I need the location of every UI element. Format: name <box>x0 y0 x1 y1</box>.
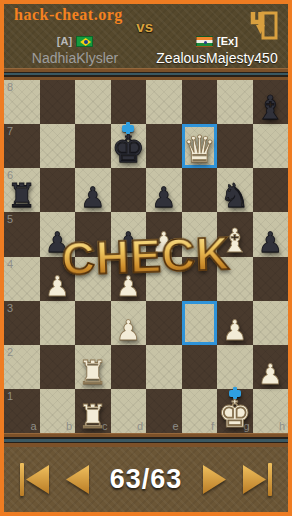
rank-label-2: 2 <box>7 346 13 358</box>
rank-label-7: 7 <box>7 125 13 137</box>
square-g7[interactable] <box>217 124 253 168</box>
piece-black-bishop[interactable]: ♝ <box>253 91 289 124</box>
rank-label-4: 4 <box>7 258 13 270</box>
square-f6[interactable] <box>182 168 218 212</box>
square-f1[interactable]: f <box>182 389 218 433</box>
right-player-block: [Ex] ZealousMajesty450 <box>146 34 288 67</box>
piece-white-pawn[interactable]: ♟ <box>111 317 147 345</box>
square-c8[interactable] <box>75 80 111 124</box>
square-g8[interactable] <box>217 80 253 124</box>
square-d8[interactable] <box>111 80 147 124</box>
piece-black-knight[interactable]: ♞ <box>217 179 253 212</box>
square-h5[interactable]: ♟ <box>253 212 289 256</box>
file-label-a: a <box>30 420 36 432</box>
piece-black-pawn[interactable]: ♟ <box>253 229 289 257</box>
square-c2[interactable]: ♜ <box>75 345 111 389</box>
square-h4[interactable] <box>253 257 289 301</box>
next-move-arrow-icon <box>203 465 226 494</box>
square-b8[interactable] <box>40 80 76 124</box>
match-header: hack-cheat.org [A] NadhiaKlysler <box>4 4 288 68</box>
check-banner: CHECK <box>61 226 231 286</box>
square-a5[interactable]: 5 <box>4 212 40 256</box>
piece-black-pawn[interactable]: ♟ <box>75 184 111 212</box>
board-area: 8♝7♚♛6♜♟♟♞5♟♟♟♝♟4♟♟3♟♟2♜♟1abc♜defg♚h CHE… <box>4 80 288 433</box>
next-move-button[interactable] <box>203 465 226 494</box>
square-f8[interactable] <box>182 80 218 124</box>
brazil-flag-icon <box>76 36 93 47</box>
file-label-h: h <box>279 420 285 432</box>
square-b2[interactable] <box>40 345 76 389</box>
square-a8[interactable]: 8 <box>4 80 40 124</box>
square-h8[interactable]: ♝ <box>253 80 289 124</box>
left-player-prefix: [A] <box>57 35 72 47</box>
square-e6[interactable]: ♟ <box>146 168 182 212</box>
piece-black-rook[interactable]: ♜ <box>4 179 40 212</box>
left-player-block: [A] NadhiaKlysler <box>4 34 146 67</box>
square-f2[interactable] <box>182 345 218 389</box>
square-d3[interactable]: ♟ <box>111 301 147 345</box>
square-g6[interactable]: ♞ <box>217 168 253 212</box>
rank-label-1: 1 <box>7 390 13 402</box>
move-nav-bar: 63/63 <box>4 447 288 512</box>
king-marker-icon <box>122 125 134 132</box>
square-a1[interactable]: 1a <box>4 389 40 433</box>
right-player-prefix: [Ex] <box>217 35 238 47</box>
square-c6[interactable]: ♟ <box>75 168 111 212</box>
square-a4[interactable]: 4 <box>4 257 40 301</box>
last-move-arrow-icon <box>243 465 266 494</box>
square-a6[interactable]: 6♜ <box>4 168 40 212</box>
rank-label-5: 5 <box>7 213 13 225</box>
square-d6[interactable] <box>111 168 147 212</box>
square-c3[interactable] <box>75 301 111 345</box>
piece-white-queen[interactable]: ♛ <box>182 131 218 168</box>
file-label-b: b <box>66 420 72 432</box>
square-d7[interactable]: ♚ <box>111 124 147 168</box>
piece-black-king[interactable]: ♚ <box>111 130 147 168</box>
square-a7[interactable]: 7 <box>4 124 40 168</box>
last-move-button[interactable] <box>243 463 272 496</box>
move-counter: 63/63 <box>106 464 186 495</box>
first-move-arrow-icon <box>26 465 49 494</box>
king-marker-icon <box>229 390 241 397</box>
file-label-f: f <box>211 420 214 432</box>
square-e1[interactable]: e <box>146 389 182 433</box>
square-h3[interactable] <box>253 301 289 345</box>
previous-move-button[interactable] <box>66 465 89 494</box>
square-h2[interactable]: ♟ <box>253 345 289 389</box>
decorative-divider-top <box>4 68 288 80</box>
square-b3[interactable] <box>40 301 76 345</box>
left-player-name: NadhiaKlysler <box>32 50 118 67</box>
square-a2[interactable]: 2 <box>4 345 40 389</box>
square-g1[interactable]: g♚ <box>217 389 253 433</box>
square-f3[interactable] <box>182 301 218 345</box>
square-g2[interactable] <box>217 345 253 389</box>
square-d1[interactable]: d <box>111 389 147 433</box>
square-g3[interactable]: ♟ <box>217 301 253 345</box>
square-f7[interactable]: ♛ <box>182 124 218 168</box>
square-e8[interactable] <box>146 80 182 124</box>
square-h6[interactable] <box>253 168 289 212</box>
piece-white-rook[interactable]: ♜ <box>75 356 111 389</box>
app-window: hack-cheat.org [A] NadhiaKlysler <box>0 0 292 516</box>
file-label-e: e <box>172 420 178 432</box>
square-b7[interactable] <box>40 124 76 168</box>
last-move-bar-icon <box>268 463 272 496</box>
piece-white-pawn[interactable]: ♟ <box>217 317 253 345</box>
square-a3[interactable]: 3 <box>4 301 40 345</box>
piece-white-rook[interactable]: ♜ <box>75 400 111 433</box>
square-e7[interactable] <box>146 124 182 168</box>
first-move-bar-icon <box>20 463 24 496</box>
right-player-name: ZealousMajesty450 <box>156 50 277 67</box>
piece-white-pawn[interactable]: ♟ <box>253 361 289 389</box>
watermark-text: hack-cheat.org <box>14 6 123 24</box>
piece-black-pawn[interactable]: ♟ <box>146 184 182 212</box>
square-h1[interactable]: h <box>253 389 289 433</box>
square-b1[interactable]: b <box>40 389 76 433</box>
previous-move-arrow-icon <box>66 465 89 494</box>
square-e2[interactable] <box>146 345 182 389</box>
players-row: [A] NadhiaKlysler [Ex] ZealousMajesty450 <box>4 34 288 67</box>
india-flag-icon <box>196 36 213 47</box>
square-d2[interactable] <box>111 345 147 389</box>
square-e3[interactable] <box>146 301 182 345</box>
rank-label-3: 3 <box>7 302 13 314</box>
square-h7[interactable] <box>253 124 289 168</box>
file-label-d: d <box>137 420 143 432</box>
square-c7[interactable] <box>75 124 111 168</box>
rank-label-8: 8 <box>7 81 13 93</box>
square-b6[interactable] <box>40 168 76 212</box>
vs-label: vs <box>136 18 153 35</box>
piece-white-king[interactable]: ♚ <box>217 395 253 433</box>
square-c1[interactable]: c♜ <box>75 389 111 433</box>
first-move-button[interactable] <box>20 463 49 496</box>
